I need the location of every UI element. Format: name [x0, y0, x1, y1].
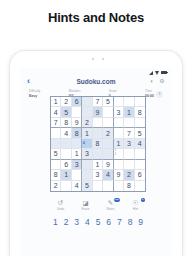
sudoku-grid: 1267545931878924812754813451314631981349… [50, 96, 146, 192]
cell-r6c3[interactable]: 1 [72, 149, 82, 159]
cell-r1c4[interactable] [82, 97, 92, 107]
cell-r4c1[interactable] [51, 128, 61, 138]
cell-r9c2[interactable] [61, 181, 71, 191]
erase-button[interactable]: ◪Erase [76, 199, 96, 211]
cell-r2c7[interactable]: 3 [114, 107, 124, 117]
cell-r3c7[interactable] [114, 118, 124, 128]
cell-r4c8[interactable]: 7 [124, 128, 134, 138]
cell-r2c2[interactable]: 5 [61, 107, 71, 117]
cell-r6c4[interactable]: 3 [82, 149, 92, 159]
cell-r5c9[interactable]: 4 [135, 139, 145, 149]
cell-r1c2[interactable]: 2 [61, 97, 71, 107]
notes-icon: ✎ [108, 199, 113, 207]
cell-r7c2[interactable]: 6 [61, 160, 71, 170]
tablet-frame: ‹ Sudoku.com ◑⚙ DifficultyEasyMistakes0/… [9, 50, 183, 256]
cell-r7c1[interactable] [51, 160, 61, 170]
app-screen: ‹ Sudoku.com ◑⚙ DifficultyEasyMistakes0/… [20, 68, 172, 256]
header-icons: ◑⚙ [147, 77, 166, 85]
cell-r9c9[interactable] [135, 181, 145, 191]
cell-r9c6[interactable] [103, 181, 113, 191]
cell-r9c4[interactable]: 5 [82, 181, 92, 191]
cell-r6c2[interactable] [61, 149, 71, 159]
cell-r8c3[interactable] [72, 170, 82, 180]
cell-r3c6[interactable] [103, 118, 113, 128]
cell-r1c1[interactable]: 1 [51, 97, 61, 107]
theme-icon[interactable]: ◑ [147, 77, 155, 85]
numpad-9[interactable]: 9 [135, 217, 146, 228]
cell-r8c8[interactable]: 2 [124, 170, 134, 180]
cell-r5c5[interactable]: 8 [93, 139, 103, 149]
cell-r3c9[interactable] [135, 118, 145, 128]
cell-r7c3[interactable]: 3 [72, 160, 82, 170]
cell-r1c7[interactable] [114, 97, 124, 107]
cell-r9c3[interactable]: 4 [72, 181, 82, 191]
cell-r6c1[interactable]: 5 [51, 149, 61, 159]
settings-icon[interactable]: ⚙ [158, 77, 166, 85]
pause-button[interactable]: ‖ [156, 91, 163, 98]
cell-r2c5[interactable]: 9 [93, 107, 103, 117]
cell-r6c8[interactable] [124, 149, 134, 159]
cell-r2c8[interactable]: 1 [124, 107, 134, 117]
cell-r4c5[interactable] [93, 128, 103, 138]
cell-r8c5[interactable]: 3 [93, 170, 103, 180]
cell-r6c9[interactable] [135, 149, 145, 159]
cell-r3c1[interactable]: 7 [51, 118, 61, 128]
cell-r9c7[interactable] [114, 181, 124, 191]
notes-button[interactable]: ✎ONNotes [101, 199, 121, 211]
undo-button[interactable]: ↺Undo [51, 199, 71, 211]
undo-icon: ↺ [58, 199, 63, 207]
battery-icon [161, 71, 167, 75]
numpad-6[interactable]: 6 [103, 217, 114, 228]
cell-r1c8[interactable] [124, 97, 134, 107]
cell-r1c3[interactable]: 6 [72, 97, 82, 107]
cell-r4c4[interactable]: 1 [82, 128, 92, 138]
toolbar: ↺Undo◪Erase✎ONNotes☉1Hint [48, 199, 148, 211]
cell-r7c6[interactable]: 9 [103, 160, 113, 170]
erase-icon: ◪ [82, 199, 88, 207]
cell-r7c8[interactable] [124, 160, 134, 170]
status-bar [149, 70, 167, 75]
cell-r1c6[interactable]: 5 [103, 97, 113, 107]
notes-badge: ON [114, 198, 120, 202]
cell-r3c8[interactable] [124, 118, 134, 128]
cell-r2c6[interactable] [103, 107, 113, 117]
erase-label: Erase [82, 207, 90, 211]
app-header: ‹ Sudoku.com ◑⚙ [20, 76, 172, 88]
cell-r1c5[interactable]: 7 [93, 97, 103, 107]
wifi-icon [155, 71, 159, 75]
notes-label: Notes [107, 207, 115, 211]
cell-r5c1[interactable] [51, 139, 61, 149]
numpad-3[interactable]: 3 [71, 217, 82, 228]
cell-r5c8[interactable]: 3 [124, 139, 134, 149]
stat-value: 00:00 [145, 94, 154, 99]
cell-r3c3[interactable]: 9 [72, 118, 82, 128]
stat-value: Easy [29, 94, 37, 99]
cell-r3c2[interactable]: 8 [61, 118, 71, 128]
cell-notes: 14 [114, 149, 123, 158]
cell-r2c4[interactable] [82, 107, 92, 117]
cell-r5c3[interactable] [72, 139, 82, 149]
cell-r8c4[interactable] [82, 170, 92, 180]
cell-r7c7[interactable] [114, 160, 124, 170]
cell-r4c9[interactable]: 5 [135, 128, 145, 138]
stat-difficulty: DifficultyEasy [29, 90, 40, 98]
cell-r2c1[interactable]: 4 [51, 107, 61, 117]
hint-button[interactable]: ☉1Hint [126, 199, 146, 211]
cell-r7c9[interactable] [135, 160, 145, 170]
page-title: Hints and Notes [0, 10, 192, 25]
cell-r2c9[interactable]: 8 [135, 107, 145, 117]
cell-r5c4[interactable]: 4 [82, 139, 92, 149]
cell-r2c3[interactable] [72, 107, 82, 117]
cell-r8c9[interactable]: 6 [135, 170, 145, 180]
numpad-4[interactable]: 4 [82, 217, 93, 228]
hint-badge: 1 [141, 198, 145, 202]
cell-r9c5[interactable] [93, 181, 103, 191]
cell-r9c1[interactable]: 2 [51, 181, 61, 191]
cell-notes: 4 [82, 139, 91, 148]
stat-time: Time00:00‖ [145, 90, 163, 98]
undo-label: Undo [57, 207, 64, 211]
cell-r6c5[interactable] [93, 149, 103, 159]
cell-r7c5[interactable]: 1 [93, 160, 103, 170]
cell-r1c9[interactable] [135, 97, 145, 107]
cell-r8c1[interactable]: 8 [51, 170, 61, 180]
cell-r6c7[interactable]: 14 [114, 149, 124, 159]
numpad-2[interactable]: 2 [61, 217, 72, 228]
cell-r8c2[interactable]: 1 [61, 170, 71, 180]
cell-r4c7[interactable] [114, 128, 124, 138]
cell-r8c7[interactable]: 9 [114, 170, 124, 180]
cell-r3c4[interactable]: 2 [82, 118, 92, 128]
cell-r6c6[interactable] [103, 149, 113, 159]
cell-r4c6[interactable]: 2 [103, 128, 113, 138]
cell-r8c6[interactable]: 4 [103, 170, 113, 180]
number-pad: 123456789 [50, 217, 146, 228]
cell-r4c2[interactable]: 4 [61, 128, 71, 138]
cell-r4c3[interactable]: 8 [72, 128, 82, 138]
cell-r9c8[interactable]: 8 [124, 181, 134, 191]
numpad-8[interactable]: 8 [125, 217, 136, 228]
hint-label: Hint [133, 207, 138, 211]
signal-icon [149, 71, 153, 75]
numpad-5[interactable]: 5 [93, 217, 104, 228]
cell-r5c2[interactable] [61, 139, 71, 149]
camera-dot [102, 58, 104, 60]
cell-r7c4[interactable] [82, 160, 92, 170]
numpad-7[interactable]: 7 [114, 217, 125, 228]
hint-icon: ☉ [133, 199, 139, 207]
camera-dot [92, 58, 94, 60]
cell-r5c6[interactable] [103, 139, 113, 149]
numpad-1[interactable]: 1 [50, 217, 61, 228]
cell-r3c5[interactable] [93, 118, 103, 128]
